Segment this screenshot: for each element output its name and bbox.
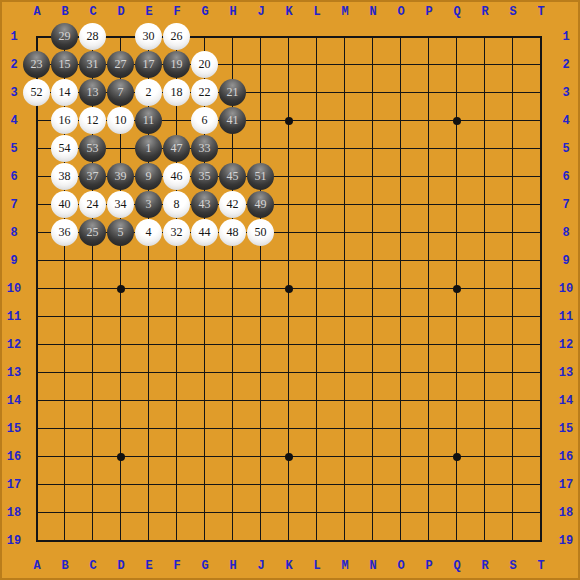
intersection-F3[interactable]: 18: [163, 79, 191, 107]
intersection-G16[interactable]: [191, 443, 219, 471]
intersection-J1[interactable]: [247, 23, 275, 51]
intersection-J10[interactable]: [247, 275, 275, 303]
intersection-P7[interactable]: [415, 191, 443, 219]
intersection-P18[interactable]: [415, 499, 443, 527]
intersection-P12[interactable]: [415, 331, 443, 359]
intersection-B11[interactable]: [51, 303, 79, 331]
intersection-R8[interactable]: [471, 219, 499, 247]
intersection-T8[interactable]: [527, 219, 555, 247]
intersection-P14[interactable]: [415, 387, 443, 415]
intersection-M17[interactable]: [331, 471, 359, 499]
intersection-S19[interactable]: [499, 527, 527, 555]
intersection-J11[interactable]: [247, 303, 275, 331]
intersection-A14[interactable]: [23, 387, 51, 415]
intersection-H11[interactable]: [219, 303, 247, 331]
intersection-R14[interactable]: [471, 387, 499, 415]
intersection-H7[interactable]: 42: [219, 191, 247, 219]
intersection-F16[interactable]: [163, 443, 191, 471]
intersection-L6[interactable]: [303, 163, 331, 191]
intersection-D3[interactable]: 7: [107, 79, 135, 107]
intersection-S11[interactable]: [499, 303, 527, 331]
intersection-G13[interactable]: [191, 359, 219, 387]
intersection-R19[interactable]: [471, 527, 499, 555]
intersection-H19[interactable]: [219, 527, 247, 555]
intersection-A3[interactable]: 52: [23, 79, 51, 107]
intersection-K6[interactable]: [275, 163, 303, 191]
intersection-A15[interactable]: [23, 415, 51, 443]
intersection-B16[interactable]: [51, 443, 79, 471]
intersection-S7[interactable]: [499, 191, 527, 219]
intersection-M1[interactable]: [331, 23, 359, 51]
intersection-L14[interactable]: [303, 387, 331, 415]
intersection-G15[interactable]: [191, 415, 219, 443]
intersection-P15[interactable]: [415, 415, 443, 443]
intersection-E13[interactable]: [135, 359, 163, 387]
intersection-C1[interactable]: 28: [79, 23, 107, 51]
intersection-D6[interactable]: 39: [107, 163, 135, 191]
intersection-T4[interactable]: [527, 107, 555, 135]
intersection-S17[interactable]: [499, 471, 527, 499]
intersection-A19[interactable]: [23, 527, 51, 555]
intersection-D16[interactable]: [107, 443, 135, 471]
intersection-J18[interactable]: [247, 499, 275, 527]
intersection-H8[interactable]: 48: [219, 219, 247, 247]
intersection-D8[interactable]: 5: [107, 219, 135, 247]
intersection-Q18[interactable]: [443, 499, 471, 527]
intersection-R1[interactable]: [471, 23, 499, 51]
intersection-A12[interactable]: [23, 331, 51, 359]
intersection-H18[interactable]: [219, 499, 247, 527]
intersection-M3[interactable]: [331, 79, 359, 107]
intersection-O13[interactable]: [387, 359, 415, 387]
intersection-T14[interactable]: [527, 387, 555, 415]
intersection-E2[interactable]: 17: [135, 51, 163, 79]
intersection-N11[interactable]: [359, 303, 387, 331]
intersection-P19[interactable]: [415, 527, 443, 555]
intersection-T7[interactable]: [527, 191, 555, 219]
intersection-A11[interactable]: [23, 303, 51, 331]
intersection-F17[interactable]: [163, 471, 191, 499]
intersection-P10[interactable]: [415, 275, 443, 303]
intersection-N3[interactable]: [359, 79, 387, 107]
intersection-R13[interactable]: [471, 359, 499, 387]
intersection-D19[interactable]: [107, 527, 135, 555]
intersection-T6[interactable]: [527, 163, 555, 191]
intersection-L1[interactable]: [303, 23, 331, 51]
intersection-S3[interactable]: [499, 79, 527, 107]
intersection-B14[interactable]: [51, 387, 79, 415]
intersection-O15[interactable]: [387, 415, 415, 443]
intersection-Q19[interactable]: [443, 527, 471, 555]
intersection-B8[interactable]: 36: [51, 219, 79, 247]
intersection-A6[interactable]: [23, 163, 51, 191]
intersection-F19[interactable]: [163, 527, 191, 555]
intersection-P2[interactable]: [415, 51, 443, 79]
intersection-E18[interactable]: [135, 499, 163, 527]
intersection-L12[interactable]: [303, 331, 331, 359]
intersection-N16[interactable]: [359, 443, 387, 471]
intersection-G6[interactable]: 35: [191, 163, 219, 191]
intersection-Q5[interactable]: [443, 135, 471, 163]
intersection-R18[interactable]: [471, 499, 499, 527]
intersection-T12[interactable]: [527, 331, 555, 359]
intersection-C4[interactable]: 12: [79, 107, 107, 135]
intersection-K10[interactable]: [275, 275, 303, 303]
intersection-R5[interactable]: [471, 135, 499, 163]
intersection-A17[interactable]: [23, 471, 51, 499]
intersection-M2[interactable]: [331, 51, 359, 79]
intersection-L15[interactable]: [303, 415, 331, 443]
intersection-O2[interactable]: [387, 51, 415, 79]
intersection-R10[interactable]: [471, 275, 499, 303]
intersection-C18[interactable]: [79, 499, 107, 527]
intersection-P13[interactable]: [415, 359, 443, 387]
intersection-T18[interactable]: [527, 499, 555, 527]
intersection-B9[interactable]: [51, 247, 79, 275]
intersection-Q4[interactable]: [443, 107, 471, 135]
intersection-C7[interactable]: 24: [79, 191, 107, 219]
intersection-Q14[interactable]: [443, 387, 471, 415]
intersection-F9[interactable]: [163, 247, 191, 275]
intersection-J5[interactable]: [247, 135, 275, 163]
intersection-E14[interactable]: [135, 387, 163, 415]
intersection-D1[interactable]: [107, 23, 135, 51]
intersection-N4[interactable]: [359, 107, 387, 135]
intersection-T5[interactable]: [527, 135, 555, 163]
intersection-N5[interactable]: [359, 135, 387, 163]
intersection-T19[interactable]: [527, 527, 555, 555]
intersection-S10[interactable]: [499, 275, 527, 303]
intersection-M4[interactable]: [331, 107, 359, 135]
intersection-D11[interactable]: [107, 303, 135, 331]
intersection-J3[interactable]: [247, 79, 275, 107]
intersection-J14[interactable]: [247, 387, 275, 415]
intersection-N1[interactable]: [359, 23, 387, 51]
intersection-H13[interactable]: [219, 359, 247, 387]
intersection-L19[interactable]: [303, 527, 331, 555]
intersection-N13[interactable]: [359, 359, 387, 387]
intersection-Q8[interactable]: [443, 219, 471, 247]
intersection-N18[interactable]: [359, 499, 387, 527]
intersection-O6[interactable]: [387, 163, 415, 191]
intersection-G8[interactable]: 44: [191, 219, 219, 247]
intersection-K11[interactable]: [275, 303, 303, 331]
intersection-B18[interactable]: [51, 499, 79, 527]
intersection-F14[interactable]: [163, 387, 191, 415]
intersection-Q13[interactable]: [443, 359, 471, 387]
intersection-E11[interactable]: [135, 303, 163, 331]
intersection-C16[interactable]: [79, 443, 107, 471]
intersection-S4[interactable]: [499, 107, 527, 135]
intersection-S5[interactable]: [499, 135, 527, 163]
intersection-R16[interactable]: [471, 443, 499, 471]
intersection-H9[interactable]: [219, 247, 247, 275]
intersection-S2[interactable]: [499, 51, 527, 79]
intersection-J6[interactable]: 51: [247, 163, 275, 191]
intersection-R4[interactable]: [471, 107, 499, 135]
intersection-N10[interactable]: [359, 275, 387, 303]
intersection-E10[interactable]: [135, 275, 163, 303]
intersection-M14[interactable]: [331, 387, 359, 415]
intersection-M12[interactable]: [331, 331, 359, 359]
intersection-P8[interactable]: [415, 219, 443, 247]
intersection-L5[interactable]: [303, 135, 331, 163]
intersection-M19[interactable]: [331, 527, 359, 555]
intersection-K13[interactable]: [275, 359, 303, 387]
intersection-B10[interactable]: [51, 275, 79, 303]
intersection-E17[interactable]: [135, 471, 163, 499]
intersection-M9[interactable]: [331, 247, 359, 275]
intersection-K14[interactable]: [275, 387, 303, 415]
intersection-M5[interactable]: [331, 135, 359, 163]
intersection-G3[interactable]: 22: [191, 79, 219, 107]
intersection-D13[interactable]: [107, 359, 135, 387]
intersection-F6[interactable]: 46: [163, 163, 191, 191]
intersection-J12[interactable]: [247, 331, 275, 359]
intersection-B1[interactable]: 29: [51, 23, 79, 51]
intersection-K16[interactable]: [275, 443, 303, 471]
intersection-R3[interactable]: [471, 79, 499, 107]
intersection-N14[interactable]: [359, 387, 387, 415]
intersection-L18[interactable]: [303, 499, 331, 527]
intersection-P4[interactable]: [415, 107, 443, 135]
intersection-H5[interactable]: [219, 135, 247, 163]
intersection-F11[interactable]: [163, 303, 191, 331]
intersection-L13[interactable]: [303, 359, 331, 387]
intersection-S14[interactable]: [499, 387, 527, 415]
intersection-L2[interactable]: [303, 51, 331, 79]
intersection-G11[interactable]: [191, 303, 219, 331]
intersection-H2[interactable]: [219, 51, 247, 79]
intersection-T2[interactable]: [527, 51, 555, 79]
intersection-H4[interactable]: 41: [219, 107, 247, 135]
intersection-C8[interactable]: 25: [79, 219, 107, 247]
intersection-T10[interactable]: [527, 275, 555, 303]
intersection-O19[interactable]: [387, 527, 415, 555]
intersection-M10[interactable]: [331, 275, 359, 303]
intersection-J17[interactable]: [247, 471, 275, 499]
intersection-K19[interactable]: [275, 527, 303, 555]
intersection-J4[interactable]: [247, 107, 275, 135]
intersection-D15[interactable]: [107, 415, 135, 443]
intersection-O9[interactable]: [387, 247, 415, 275]
intersection-L3[interactable]: [303, 79, 331, 107]
intersection-J8[interactable]: 50: [247, 219, 275, 247]
intersection-H12[interactable]: [219, 331, 247, 359]
intersection-G2[interactable]: 20: [191, 51, 219, 79]
intersection-C14[interactable]: [79, 387, 107, 415]
intersection-B5[interactable]: 54: [51, 135, 79, 163]
intersection-K18[interactable]: [275, 499, 303, 527]
intersection-C2[interactable]: 31: [79, 51, 107, 79]
intersection-G4[interactable]: 6: [191, 107, 219, 135]
intersection-C17[interactable]: [79, 471, 107, 499]
intersection-O4[interactable]: [387, 107, 415, 135]
intersection-F15[interactable]: [163, 415, 191, 443]
intersection-N7[interactable]: [359, 191, 387, 219]
intersection-G17[interactable]: [191, 471, 219, 499]
intersection-D14[interactable]: [107, 387, 135, 415]
intersection-F8[interactable]: 32: [163, 219, 191, 247]
intersection-D9[interactable]: [107, 247, 135, 275]
intersection-N15[interactable]: [359, 415, 387, 443]
intersection-K3[interactable]: [275, 79, 303, 107]
intersection-R6[interactable]: [471, 163, 499, 191]
intersection-A18[interactable]: [23, 499, 51, 527]
intersection-T16[interactable]: [527, 443, 555, 471]
intersection-B3[interactable]: 14: [51, 79, 79, 107]
intersection-E6[interactable]: 9: [135, 163, 163, 191]
intersection-S16[interactable]: [499, 443, 527, 471]
intersection-F5[interactable]: 47: [163, 135, 191, 163]
intersection-C13[interactable]: [79, 359, 107, 387]
intersection-F4[interactable]: [163, 107, 191, 135]
intersection-B17[interactable]: [51, 471, 79, 499]
intersection-B4[interactable]: 16: [51, 107, 79, 135]
intersection-T3[interactable]: [527, 79, 555, 107]
intersection-F1[interactable]: 26: [163, 23, 191, 51]
intersection-K7[interactable]: [275, 191, 303, 219]
intersection-Q3[interactable]: [443, 79, 471, 107]
intersection-J9[interactable]: [247, 247, 275, 275]
intersection-T13[interactable]: [527, 359, 555, 387]
intersection-D5[interactable]: [107, 135, 135, 163]
intersection-P11[interactable]: [415, 303, 443, 331]
intersection-O8[interactable]: [387, 219, 415, 247]
intersection-J15[interactable]: [247, 415, 275, 443]
intersection-K8[interactable]: [275, 219, 303, 247]
intersection-E5[interactable]: 1: [135, 135, 163, 163]
intersection-A13[interactable]: [23, 359, 51, 387]
intersection-K17[interactable]: [275, 471, 303, 499]
intersection-T1[interactable]: [527, 23, 555, 51]
intersection-Q1[interactable]: [443, 23, 471, 51]
intersection-B7[interactable]: 40: [51, 191, 79, 219]
intersection-N19[interactable]: [359, 527, 387, 555]
intersection-J13[interactable]: [247, 359, 275, 387]
intersection-F13[interactable]: [163, 359, 191, 387]
intersection-F12[interactable]: [163, 331, 191, 359]
intersection-M18[interactable]: [331, 499, 359, 527]
intersection-Q2[interactable]: [443, 51, 471, 79]
intersection-Q6[interactable]: [443, 163, 471, 191]
intersection-D18[interactable]: [107, 499, 135, 527]
intersection-O16[interactable]: [387, 443, 415, 471]
intersection-C12[interactable]: [79, 331, 107, 359]
intersection-L16[interactable]: [303, 443, 331, 471]
intersection-A1[interactable]: [23, 23, 51, 51]
intersection-G14[interactable]: [191, 387, 219, 415]
intersection-D10[interactable]: [107, 275, 135, 303]
intersection-Q9[interactable]: [443, 247, 471, 275]
intersection-C5[interactable]: 53: [79, 135, 107, 163]
intersection-G7[interactable]: 43: [191, 191, 219, 219]
intersection-F18[interactable]: [163, 499, 191, 527]
intersection-G9[interactable]: [191, 247, 219, 275]
intersection-N9[interactable]: [359, 247, 387, 275]
intersection-Q7[interactable]: [443, 191, 471, 219]
intersection-E12[interactable]: [135, 331, 163, 359]
intersection-C9[interactable]: [79, 247, 107, 275]
intersection-M11[interactable]: [331, 303, 359, 331]
intersection-N17[interactable]: [359, 471, 387, 499]
intersection-G5[interactable]: 33: [191, 135, 219, 163]
intersection-O12[interactable]: [387, 331, 415, 359]
intersection-T15[interactable]: [527, 415, 555, 443]
intersection-F2[interactable]: 19: [163, 51, 191, 79]
intersection-S15[interactable]: [499, 415, 527, 443]
intersection-K4[interactable]: [275, 107, 303, 135]
intersection-G10[interactable]: [191, 275, 219, 303]
intersection-J2[interactable]: [247, 51, 275, 79]
intersection-F7[interactable]: 8: [163, 191, 191, 219]
intersection-A10[interactable]: [23, 275, 51, 303]
intersection-J19[interactable]: [247, 527, 275, 555]
intersection-O11[interactable]: [387, 303, 415, 331]
board-grid[interactable]: 2928302623153127171920521413721822211612…: [23, 23, 555, 555]
intersection-H16[interactable]: [219, 443, 247, 471]
intersection-P5[interactable]: [415, 135, 443, 163]
intersection-H6[interactable]: 45: [219, 163, 247, 191]
intersection-A4[interactable]: [23, 107, 51, 135]
intersection-Q17[interactable]: [443, 471, 471, 499]
intersection-M8[interactable]: [331, 219, 359, 247]
intersection-L7[interactable]: [303, 191, 331, 219]
intersection-B15[interactable]: [51, 415, 79, 443]
intersection-O7[interactable]: [387, 191, 415, 219]
intersection-D17[interactable]: [107, 471, 135, 499]
intersection-K12[interactable]: [275, 331, 303, 359]
intersection-N2[interactable]: [359, 51, 387, 79]
intersection-M15[interactable]: [331, 415, 359, 443]
intersection-G19[interactable]: [191, 527, 219, 555]
intersection-Q11[interactable]: [443, 303, 471, 331]
intersection-R15[interactable]: [471, 415, 499, 443]
intersection-K9[interactable]: [275, 247, 303, 275]
intersection-E16[interactable]: [135, 443, 163, 471]
intersection-B12[interactable]: [51, 331, 79, 359]
intersection-C3[interactable]: 13: [79, 79, 107, 107]
intersection-G12[interactable]: [191, 331, 219, 359]
intersection-A5[interactable]: [23, 135, 51, 163]
intersection-H17[interactable]: [219, 471, 247, 499]
intersection-M7[interactable]: [331, 191, 359, 219]
intersection-O5[interactable]: [387, 135, 415, 163]
intersection-O3[interactable]: [387, 79, 415, 107]
intersection-O1[interactable]: [387, 23, 415, 51]
intersection-K5[interactable]: [275, 135, 303, 163]
intersection-P6[interactable]: [415, 163, 443, 191]
intersection-P16[interactable]: [415, 443, 443, 471]
intersection-A8[interactable]: [23, 219, 51, 247]
intersection-P3[interactable]: [415, 79, 443, 107]
intersection-R17[interactable]: [471, 471, 499, 499]
intersection-D12[interactable]: [107, 331, 135, 359]
intersection-R9[interactable]: [471, 247, 499, 275]
intersection-N6[interactable]: [359, 163, 387, 191]
intersection-E8[interactable]: 4: [135, 219, 163, 247]
intersection-S18[interactable]: [499, 499, 527, 527]
intersection-R12[interactable]: [471, 331, 499, 359]
intersection-H15[interactable]: [219, 415, 247, 443]
intersection-K1[interactable]: [275, 23, 303, 51]
intersection-R7[interactable]: [471, 191, 499, 219]
intersection-C19[interactable]: [79, 527, 107, 555]
intersection-O10[interactable]: [387, 275, 415, 303]
intersection-S8[interactable]: [499, 219, 527, 247]
intersection-T11[interactable]: [527, 303, 555, 331]
intersection-B13[interactable]: [51, 359, 79, 387]
